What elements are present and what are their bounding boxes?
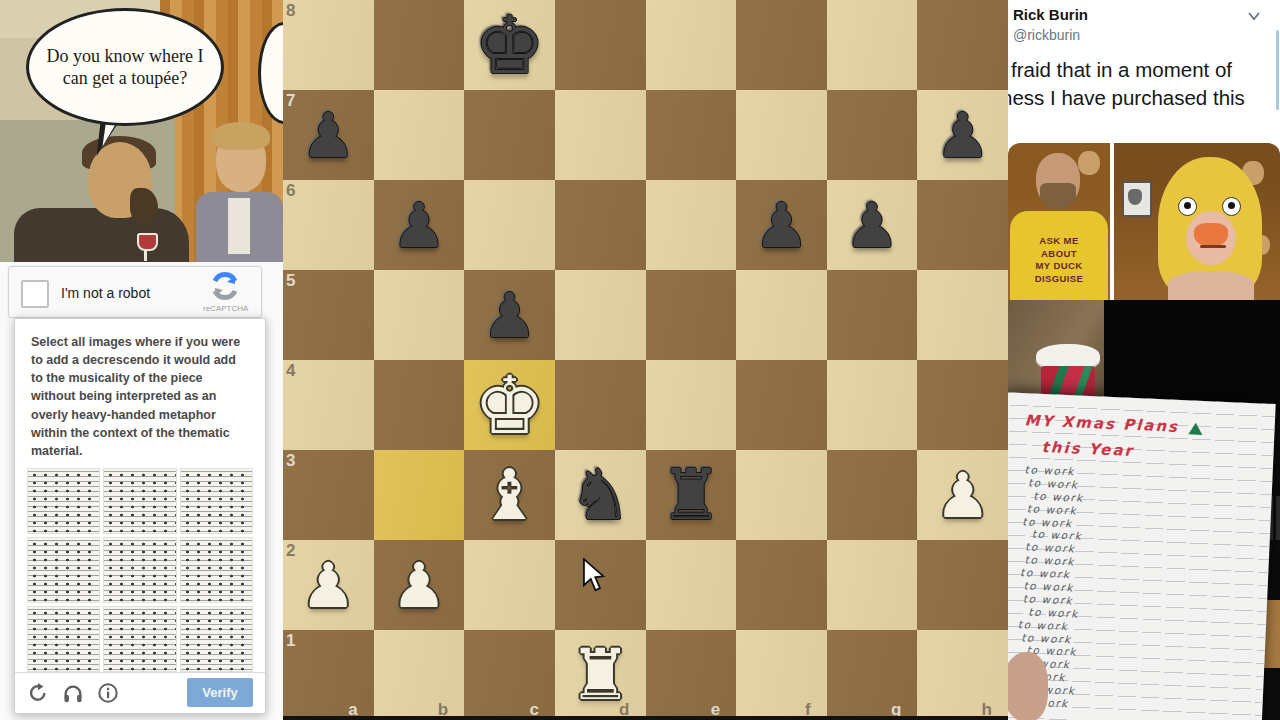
square-e8[interactable] bbox=[646, 0, 737, 90]
square-f8[interactable] bbox=[736, 0, 827, 90]
square-h5[interactable] bbox=[917, 270, 1008, 360]
captcha-image-grid bbox=[27, 468, 253, 672]
square-f3[interactable] bbox=[736, 450, 827, 540]
square-a2[interactable]: 2♟ bbox=[283, 540, 374, 630]
toupee-cartoon: Do you know where I can get a toupée? bbox=[0, 0, 283, 262]
white-bishop[interactable]: ♝ bbox=[464, 450, 555, 540]
tshirt-line3: MY DUCK bbox=[1010, 260, 1108, 273]
square-c4[interactable]: ♚ bbox=[464, 360, 555, 450]
black-king[interactable]: ♚ bbox=[464, 0, 555, 90]
scrollbar[interactable] bbox=[1276, 30, 1279, 110]
square-f5[interactable] bbox=[736, 270, 827, 360]
tshirt-line2: ABOUT bbox=[1010, 248, 1108, 261]
square-c5[interactable]: ♟ bbox=[464, 270, 555, 360]
speech-bubble-text: Do you know where I can get a toupée? bbox=[29, 45, 221, 90]
white-rook[interactable]: ♜ bbox=[555, 630, 646, 720]
tweet-author-name[interactable]: Rick Burin bbox=[1013, 6, 1088, 23]
duck-pupil-right bbox=[1228, 202, 1235, 209]
square-d6[interactable] bbox=[555, 180, 646, 270]
square-d4[interactable] bbox=[555, 360, 646, 450]
thumb-holding-page bbox=[1008, 652, 1048, 720]
dark-laptop-screen bbox=[1104, 300, 1280, 412]
speech-bubble: Do you know where I can get a toupée? bbox=[26, 8, 224, 126]
captcha-toolbar: Verify bbox=[15, 672, 265, 713]
duck-costume-photo[interactable] bbox=[1114, 143, 1280, 300]
audio-challenge-icon[interactable] bbox=[62, 682, 84, 704]
black-pawn[interactable]: ♟ bbox=[283, 90, 374, 180]
square-b3[interactable] bbox=[374, 450, 465, 540]
square-h8[interactable] bbox=[917, 0, 1008, 90]
square-f1[interactable]: f bbox=[736, 630, 827, 720]
tweet-author-handle[interactable]: @rickburin bbox=[1013, 27, 1080, 43]
square-e6[interactable] bbox=[646, 180, 737, 270]
xmas-list: to workto workto workto workto workto wo… bbox=[1012, 463, 1272, 719]
black-pawn[interactable]: ♟ bbox=[736, 180, 827, 270]
square-g5[interactable] bbox=[827, 270, 918, 360]
rank-label-3: 3 bbox=[286, 451, 295, 471]
left-panel: Do you know where I can get a toupée? I'… bbox=[0, 0, 283, 720]
square-g7[interactable] bbox=[827, 90, 918, 180]
tweet-text-line2: ness I have purchased this bbox=[1008, 84, 1276, 112]
square-d8[interactable] bbox=[555, 0, 646, 90]
cartoon-man-left-beard bbox=[130, 188, 158, 224]
board-bottom-bar bbox=[283, 716, 1008, 720]
square-g6[interactable]: ♟ bbox=[827, 180, 918, 270]
cartoon-man-right-shirt bbox=[228, 198, 250, 254]
im-not-a-robot-checkbox[interactable] bbox=[21, 280, 49, 308]
yellow-tshirt: ASK ME ABOUT MY DUCK DISGUISE bbox=[1010, 211, 1108, 300]
chess-board: 8♚7♟♟6♟♟♟5♟4♚3♝♞♜♟2♟♟1abcd♜efgh bbox=[283, 0, 1008, 720]
captcha-tile-sheet-music-4[interactable] bbox=[27, 537, 100, 603]
recaptcha-wordmark: reCAPTCHA bbox=[203, 304, 247, 313]
captcha-tile-sheet-music-3[interactable] bbox=[180, 468, 253, 534]
square-a6[interactable]: 6 bbox=[283, 180, 374, 270]
square-a8[interactable]: 8 bbox=[283, 0, 374, 90]
xmas-title-text: MY Xmas Plans bbox=[1024, 411, 1179, 436]
square-e3[interactable]: ♜ bbox=[646, 450, 737, 540]
square-c7[interactable] bbox=[464, 90, 555, 180]
square-b8[interactable] bbox=[374, 0, 465, 90]
trophy-decor bbox=[1078, 151, 1100, 175]
square-f2[interactable] bbox=[736, 540, 827, 630]
recaptcha-logo: reCAPTCHA bbox=[203, 272, 247, 313]
im-not-a-robot-label: I'm not a robot bbox=[61, 285, 150, 301]
square-f4[interactable] bbox=[736, 360, 827, 450]
duck-pupil-left bbox=[1184, 202, 1191, 209]
notebook-page: MY Xmas Plans this Year to workto workto… bbox=[1008, 392, 1276, 720]
square-b4[interactable] bbox=[374, 360, 465, 450]
verify-button[interactable]: Verify bbox=[187, 678, 253, 707]
captcha-tile-sheet-music-1[interactable] bbox=[27, 468, 100, 534]
wine-glass-stem bbox=[144, 249, 147, 261]
rank-label-6: 6 bbox=[286, 181, 295, 201]
tshirt-line4: DISGUISE bbox=[1010, 273, 1108, 286]
wolf-picture bbox=[1128, 189, 1142, 205]
white-pawn[interactable]: ♟ bbox=[917, 450, 1008, 540]
square-a3[interactable]: 3 bbox=[283, 450, 374, 540]
square-b5[interactable] bbox=[374, 270, 465, 360]
square-a4[interactable]: 4 bbox=[283, 360, 374, 450]
white-pawn[interactable]: ♟ bbox=[283, 540, 374, 630]
shirt-man-beard bbox=[1040, 183, 1076, 209]
chess-board-grid: 8♚7♟♟6♟♟♟5♟4♚3♝♞♜♟2♟♟1abcd♜efgh bbox=[283, 0, 1008, 720]
duck-shirt-photo[interactable]: ASK ME ABOUT MY DUCK DISGUISE bbox=[1008, 143, 1110, 300]
square-d5[interactable] bbox=[555, 270, 646, 360]
black-pawn[interactable]: ♟ bbox=[917, 90, 1008, 180]
recaptcha-widget: I'm not a robot reCAPTCHA Select all ima… bbox=[0, 262, 283, 720]
square-e5[interactable] bbox=[646, 270, 737, 360]
square-a5[interactable]: 5 bbox=[283, 270, 374, 360]
square-e1[interactable]: e bbox=[646, 630, 737, 720]
square-e2[interactable] bbox=[646, 540, 737, 630]
square-g4[interactable] bbox=[827, 360, 918, 450]
recaptcha-icon bbox=[210, 272, 240, 300]
square-c1[interactable]: c bbox=[464, 630, 555, 720]
wine-glass bbox=[137, 233, 158, 251]
tweet-text: fraid that in a moment of ness I have pu… bbox=[1008, 56, 1276, 112]
cartoon-man-left-body bbox=[14, 208, 189, 262]
square-h2[interactable] bbox=[917, 540, 1008, 630]
black-rook[interactable]: ♜ bbox=[646, 450, 737, 540]
captcha-tile-sheet-music-7[interactable] bbox=[27, 606, 100, 672]
screenshot-root: Do you know where I can get a toupée? I'… bbox=[0, 0, 1280, 720]
square-g3[interactable] bbox=[827, 450, 918, 540]
square-b7[interactable] bbox=[374, 90, 465, 180]
captcha-tile-sheet-music-9[interactable] bbox=[180, 606, 253, 672]
cartoon-man-right-hair bbox=[212, 122, 270, 150]
duck-beak bbox=[1194, 223, 1228, 247]
rank-label-1: 1 bbox=[286, 631, 295, 651]
square-c3[interactable]: ♝ bbox=[464, 450, 555, 540]
refresh-icon[interactable] bbox=[27, 682, 49, 704]
square-d7[interactable] bbox=[555, 90, 646, 180]
black-pawn[interactable]: ♟ bbox=[827, 180, 918, 270]
square-d3[interactable]: ♞ bbox=[555, 450, 646, 540]
captcha-tile-sheet-music-5[interactable] bbox=[103, 537, 176, 603]
square-h3[interactable]: ♟ bbox=[917, 450, 1008, 540]
square-c6[interactable] bbox=[464, 180, 555, 270]
square-g1[interactable]: g bbox=[827, 630, 918, 720]
info-icon[interactable] bbox=[97, 682, 119, 704]
square-h4[interactable] bbox=[917, 360, 1008, 450]
tshirt-text: ASK ME ABOUT MY DUCK DISGUISE bbox=[1010, 235, 1108, 285]
square-g8[interactable] bbox=[827, 0, 918, 90]
square-d1[interactable]: d♜ bbox=[555, 630, 646, 720]
captcha-tile-sheet-music-8[interactable] bbox=[103, 606, 176, 672]
rank-label-5: 5 bbox=[286, 271, 295, 291]
square-a7[interactable]: 7♟ bbox=[283, 90, 374, 180]
duck-mouth bbox=[1200, 245, 1226, 248]
chevron-down-icon[interactable] bbox=[1246, 8, 1262, 24]
square-g2[interactable] bbox=[827, 540, 918, 630]
captcha-tile-sheet-music-2[interactable] bbox=[103, 468, 176, 534]
christmas-tree-doodle bbox=[1189, 422, 1204, 435]
captcha-tile-sheet-music-6[interactable] bbox=[180, 537, 253, 603]
square-e4[interactable] bbox=[646, 360, 737, 450]
square-h1[interactable]: h bbox=[917, 630, 1008, 720]
square-c8[interactable]: ♚ bbox=[464, 0, 555, 90]
tweet-photos: ASK ME ABOUT MY DUCK DISGUISE bbox=[1008, 143, 1280, 300]
square-b1[interactable]: b bbox=[374, 630, 465, 720]
coffee-cup bbox=[1036, 344, 1100, 400]
duck-chest bbox=[1168, 271, 1254, 300]
square-b2[interactable]: ♟ bbox=[374, 540, 465, 630]
captcha-challenge-card: Select all images where if you were to a… bbox=[14, 318, 266, 714]
white-pawn[interactable]: ♟ bbox=[374, 540, 465, 630]
square-h7[interactable]: ♟ bbox=[917, 90, 1008, 180]
square-a1[interactable]: 1a bbox=[283, 630, 374, 720]
tshirt-line1: ASK ME bbox=[1010, 235, 1108, 248]
captcha-instruction: Select all images where if you were to a… bbox=[15, 319, 265, 466]
square-f7[interactable] bbox=[736, 90, 827, 180]
rank-label-4: 4 bbox=[286, 361, 295, 381]
rank-label-8: 8 bbox=[286, 1, 295, 21]
square-c2[interactable] bbox=[464, 540, 555, 630]
white-king[interactable]: ♚ bbox=[464, 360, 555, 450]
black-pawn[interactable]: ♟ bbox=[464, 270, 555, 360]
xmas-plans-photo[interactable]: MY Xmas Plans this Year to workto workto… bbox=[1008, 300, 1280, 720]
mouse-cursor bbox=[580, 558, 606, 592]
tweet-panel: Rick Burin @rickburin fraid that in a mo… bbox=[1008, 0, 1280, 720]
square-h6[interactable] bbox=[917, 180, 1008, 270]
square-e7[interactable] bbox=[646, 90, 737, 180]
black-knight[interactable]: ♞ bbox=[555, 450, 646, 540]
square-f6[interactable]: ♟ bbox=[736, 180, 827, 270]
tweet-text-line1: fraid that in a moment of bbox=[1011, 56, 1276, 84]
square-b6[interactable]: ♟ bbox=[374, 180, 465, 270]
black-pawn[interactable]: ♟ bbox=[374, 180, 465, 270]
recaptcha-checkbox-box: I'm not a robot reCAPTCHA bbox=[8, 266, 262, 318]
